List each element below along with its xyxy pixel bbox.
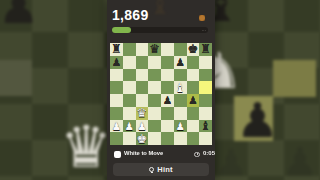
lightbulb-icon	[149, 167, 154, 172]
square-d4[interactable]	[148, 94, 161, 107]
square-a2[interactable]: ♟	[110, 120, 123, 133]
square-b3[interactable]	[123, 107, 136, 120]
square-e3[interactable]	[161, 107, 174, 120]
bg-black-bishop-top-center: ♝	[149, 0, 171, 18]
background-olive-square	[273, 60, 316, 97]
square-g1[interactable]	[187, 132, 200, 145]
square-e7[interactable]	[161, 56, 174, 69]
square-h7[interactable]	[199, 56, 212, 69]
square-d6[interactable]	[148, 69, 161, 82]
square-e6[interactable]	[161, 69, 174, 82]
black-rook-h8[interactable]: ♜	[199, 43, 212, 56]
square-h1[interactable]	[199, 132, 212, 145]
square-a5[interactable]	[110, 81, 123, 94]
timer-value: 0:05	[203, 150, 215, 157]
progress-end-text: ···	[202, 28, 206, 33]
square-c5[interactable]	[136, 81, 149, 94]
square-g2[interactable]	[187, 120, 200, 133]
square-g6[interactable]	[187, 69, 200, 82]
square-a3[interactable]	[110, 107, 123, 120]
square-b1[interactable]	[123, 132, 136, 145]
white-pawn-b2[interactable]: ♟	[123, 120, 136, 133]
square-d1[interactable]	[148, 132, 161, 145]
square-h8[interactable]: ♜	[199, 43, 212, 56]
puzzle-app-panel: 1,869 ··· ♜♛♚♜♟♟♝♟♟♛♟♟♟♟♝♚ White to Move…	[107, 0, 215, 180]
turn-label: White to Move	[124, 150, 163, 156]
square-d5[interactable]	[148, 81, 161, 94]
square-h3[interactable]	[199, 107, 212, 120]
square-g3[interactable]	[187, 107, 200, 120]
square-g8[interactable]: ♚	[187, 43, 200, 56]
square-d8[interactable]: ♛	[148, 43, 161, 56]
square-h2[interactable]: ♝	[199, 120, 212, 133]
black-pawn-g4[interactable]: ♟	[187, 94, 200, 107]
black-queen-d8[interactable]: ♛	[148, 43, 161, 56]
square-c8[interactable]	[136, 43, 149, 56]
bg-white-queen-bottom-left: ♛	[60, 118, 112, 176]
clock-icon	[194, 152, 200, 158]
square-e5[interactable]	[161, 81, 174, 94]
square-f4[interactable]	[174, 94, 187, 107]
square-h5[interactable]	[199, 81, 212, 94]
black-rook-a8[interactable]: ♜	[110, 43, 123, 56]
square-d7[interactable]	[148, 56, 161, 69]
video-frame: ♟♛♝♞♟♟♟ 1,869 ··· ♜♛♚♜♟♟♝♟♟♛♟♟♟♟♝♚ White…	[0, 0, 320, 180]
square-f5[interactable]: ♝	[174, 81, 187, 94]
square-f6[interactable]	[174, 69, 187, 82]
puzzle-rating: 1,869	[112, 7, 149, 23]
square-g4[interactable]: ♟	[187, 94, 200, 107]
bg-black-pawn-top-left: ♟	[0, 0, 39, 30]
square-b6[interactable]	[123, 69, 136, 82]
square-b7[interactable]	[123, 56, 136, 69]
square-g7[interactable]	[187, 56, 200, 69]
square-e1[interactable]	[161, 132, 174, 145]
background-light-square	[0, 60, 32, 96]
square-c2[interactable]: ♟	[136, 120, 149, 133]
white-pawn-a2[interactable]: ♟	[110, 120, 123, 133]
hint-button[interactable]: Hint	[113, 163, 209, 177]
square-b2[interactable]: ♟	[123, 120, 136, 133]
rating-progress-fill	[112, 27, 131, 33]
square-e8[interactable]	[161, 43, 174, 56]
square-b5[interactable]	[123, 81, 136, 94]
square-c1[interactable]: ♚	[136, 132, 149, 145]
rating-progress-bar: ···	[112, 27, 208, 33]
square-c7[interactable]	[136, 56, 149, 69]
white-pawn-f2[interactable]: ♟	[174, 120, 187, 133]
bg-ghost-pawn-bottom-right: ♟	[282, 142, 318, 180]
square-c6[interactable]	[136, 69, 149, 82]
white-turn-icon	[114, 151, 121, 158]
square-a7[interactable]: ♟	[110, 56, 123, 69]
square-a4[interactable]	[110, 94, 123, 107]
square-e4[interactable]: ♟	[161, 94, 174, 107]
hint-button-label: Hint	[157, 165, 172, 174]
white-king-c1[interactable]: ♚	[136, 132, 149, 145]
square-d3[interactable]	[148, 107, 161, 120]
square-f8[interactable]	[174, 43, 187, 56]
white-bishop-f5[interactable]: ♝	[174, 81, 187, 94]
square-c3[interactable]: ♛	[136, 107, 149, 120]
bg-black-pawn-right: ♟	[236, 96, 279, 144]
square-f1[interactable]	[174, 132, 187, 145]
flair-icon	[199, 15, 205, 21]
black-pawn-f7[interactable]: ♟	[174, 56, 187, 69]
black-bishop-h2[interactable]: ♝	[199, 120, 212, 133]
black-pawn-e4[interactable]: ♟	[161, 94, 174, 107]
square-f2[interactable]: ♟	[174, 120, 187, 133]
square-c4[interactable]	[136, 94, 149, 107]
square-h4[interactable]	[199, 94, 212, 107]
square-f3[interactable]	[174, 107, 187, 120]
square-h6[interactable]	[199, 69, 212, 82]
square-e2[interactable]	[161, 120, 174, 133]
black-king-g8[interactable]: ♚	[187, 43, 200, 56]
square-b4[interactable]	[123, 94, 136, 107]
square-a1[interactable]	[110, 132, 123, 145]
white-queen-c3[interactable]: ♛	[136, 107, 149, 120]
white-pawn-c2[interactable]: ♟	[136, 120, 149, 133]
square-g5[interactable]	[187, 81, 200, 94]
square-b8[interactable]	[123, 43, 136, 56]
square-d2[interactable]	[148, 120, 161, 133]
square-a6[interactable]	[110, 69, 123, 82]
square-f7[interactable]: ♟	[174, 56, 187, 69]
black-pawn-a7[interactable]: ♟	[110, 56, 123, 69]
chess-board[interactable]: ♜♛♚♜♟♟♝♟♟♛♟♟♟♟♝♚	[110, 43, 212, 145]
bg-ghost-pawn-bottom-mid: ♟	[214, 144, 248, 180]
square-a8[interactable]: ♜	[110, 43, 123, 56]
